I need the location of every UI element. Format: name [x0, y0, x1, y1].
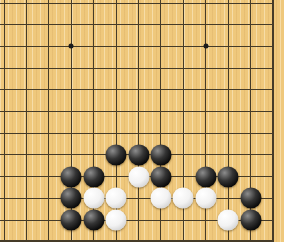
black-stone[interactable]: [128, 144, 149, 165]
go-board[interactable]: [0, 0, 284, 242]
white-stone[interactable]: [83, 188, 104, 209]
grid-line-horizontal: [0, 89, 274, 90]
black-stone[interactable]: [83, 210, 104, 231]
black-stone[interactable]: [61, 210, 82, 231]
white-stone[interactable]: [218, 210, 239, 231]
white-stone[interactable]: [150, 188, 171, 209]
star-point: [69, 44, 74, 49]
grid-line-vertical: [228, 0, 229, 242]
grid-line-vertical: [138, 0, 139, 242]
black-stone[interactable]: [150, 166, 171, 187]
grid-line-vertical: [4, 0, 5, 242]
black-stone[interactable]: [240, 210, 261, 231]
go-widget: [0, 0, 284, 242]
white-stone[interactable]: [106, 210, 127, 231]
white-stone[interactable]: [106, 188, 127, 209]
black-stone[interactable]: [83, 166, 104, 187]
grid-line-vertical: [48, 0, 49, 242]
grid-line-vertical: [26, 0, 27, 242]
white-stone[interactable]: [195, 188, 216, 209]
black-stone[interactable]: [240, 188, 261, 209]
grid-line-horizontal: [0, 198, 274, 199]
grid-line-horizontal: [0, 111, 274, 112]
grid-line-horizontal: [0, 3, 274, 4]
black-stone[interactable]: [195, 166, 216, 187]
black-stone[interactable]: [61, 166, 82, 187]
black-stone[interactable]: [150, 144, 171, 165]
grid-line-horizontal: [0, 24, 274, 25]
black-stone[interactable]: [61, 188, 82, 209]
grid-line-vertical: [272, 0, 274, 242]
white-stone[interactable]: [128, 166, 149, 187]
star-point: [203, 44, 208, 49]
black-stone[interactable]: [106, 144, 127, 165]
grid-line-horizontal: [0, 46, 274, 47]
grid-line-horizontal: [0, 133, 274, 134]
black-stone[interactable]: [218, 166, 239, 187]
grid-line-horizontal: [0, 68, 274, 69]
white-stone[interactable]: [173, 188, 194, 209]
